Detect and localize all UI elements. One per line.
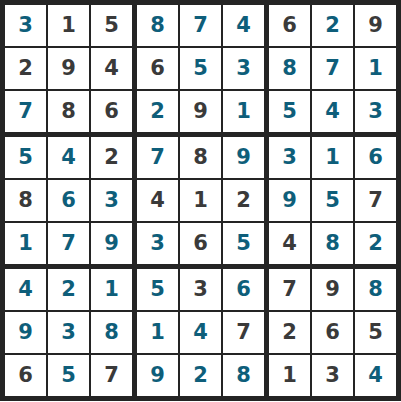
- box-2: 874653291: [137, 5, 264, 132]
- cell-r4c9[interactable]: 6: [355, 137, 396, 178]
- cell-r4c1[interactable]: 5: [5, 137, 46, 178]
- cell-r9c9[interactable]: 4: [355, 355, 396, 396]
- box-6: 316957482: [269, 137, 396, 264]
- cell-r7c9[interactable]: 8: [355, 269, 396, 310]
- cell-r3c3[interactable]: 6: [91, 91, 132, 132]
- cell-r6c9[interactable]: 2: [355, 223, 396, 264]
- cell-r7c5[interactable]: 3: [180, 269, 221, 310]
- cell-r2c6[interactable]: 3: [223, 48, 264, 89]
- cell-r1c6[interactable]: 4: [223, 5, 264, 46]
- cell-r8c6[interactable]: 7: [223, 312, 264, 353]
- cell-r7c3[interactable]: 1: [91, 269, 132, 310]
- cell-r2c5[interactable]: 5: [180, 48, 221, 89]
- cell-r5c3[interactable]: 3: [91, 180, 132, 221]
- cell-r7c4[interactable]: 5: [137, 269, 178, 310]
- cell-r4c2[interactable]: 4: [48, 137, 89, 178]
- cell-r5c8[interactable]: 5: [312, 180, 353, 221]
- cell-r1c4[interactable]: 8: [137, 5, 178, 46]
- cell-r5c6[interactable]: 2: [223, 180, 264, 221]
- cell-r4c6[interactable]: 9: [223, 137, 264, 178]
- cell-r3c8[interactable]: 4: [312, 91, 353, 132]
- cell-r3c7[interactable]: 5: [269, 91, 310, 132]
- cell-r9c2[interactable]: 5: [48, 355, 89, 396]
- cell-r5c4[interactable]: 4: [137, 180, 178, 221]
- cell-r1c8[interactable]: 2: [312, 5, 353, 46]
- cell-r7c8[interactable]: 9: [312, 269, 353, 310]
- cell-r1c7[interactable]: 6: [269, 5, 310, 46]
- cell-r2c4[interactable]: 6: [137, 48, 178, 89]
- box-9: 798265134: [269, 269, 396, 396]
- cell-r7c2[interactable]: 2: [48, 269, 89, 310]
- cell-r3c9[interactable]: 3: [355, 91, 396, 132]
- cell-r3c6[interactable]: 1: [223, 91, 264, 132]
- cell-r7c1[interactable]: 4: [5, 269, 46, 310]
- cell-r3c1[interactable]: 7: [5, 91, 46, 132]
- cell-r7c7[interactable]: 7: [269, 269, 310, 310]
- cell-r6c6[interactable]: 5: [223, 223, 264, 264]
- box-3: 629871543: [269, 5, 396, 132]
- cell-r4c8[interactable]: 1: [312, 137, 353, 178]
- cell-r8c1[interactable]: 9: [5, 312, 46, 353]
- cell-r4c3[interactable]: 2: [91, 137, 132, 178]
- cell-r8c5[interactable]: 4: [180, 312, 221, 353]
- cell-r2c9[interactable]: 1: [355, 48, 396, 89]
- cell-r8c7[interactable]: 2: [269, 312, 310, 353]
- cell-r9c3[interactable]: 7: [91, 355, 132, 396]
- cell-r1c2[interactable]: 1: [48, 5, 89, 46]
- cell-r1c9[interactable]: 9: [355, 5, 396, 46]
- cell-r9c5[interactable]: 2: [180, 355, 221, 396]
- cell-r9c7[interactable]: 1: [269, 355, 310, 396]
- cell-r1c1[interactable]: 3: [5, 5, 46, 46]
- cell-r2c8[interactable]: 7: [312, 48, 353, 89]
- cell-r7c6[interactable]: 6: [223, 269, 264, 310]
- cell-r9c4[interactable]: 9: [137, 355, 178, 396]
- cell-r5c1[interactable]: 8: [5, 180, 46, 221]
- cell-r9c6[interactable]: 8: [223, 355, 264, 396]
- cell-r5c9[interactable]: 7: [355, 180, 396, 221]
- cell-r6c2[interactable]: 7: [48, 223, 89, 264]
- cell-r3c5[interactable]: 9: [180, 91, 221, 132]
- cell-r6c7[interactable]: 4: [269, 223, 310, 264]
- cell-r9c1[interactable]: 6: [5, 355, 46, 396]
- cell-r6c8[interactable]: 8: [312, 223, 353, 264]
- cell-r2c2[interactable]: 9: [48, 48, 89, 89]
- cell-r3c4[interactable]: 2: [137, 91, 178, 132]
- box-5: 789412365: [137, 137, 264, 264]
- box-1: 315294786: [5, 5, 132, 132]
- cell-r1c5[interactable]: 7: [180, 5, 221, 46]
- box-4: 542863179: [5, 137, 132, 264]
- cell-r4c4[interactable]: 7: [137, 137, 178, 178]
- cell-r8c3[interactable]: 8: [91, 312, 132, 353]
- cell-r6c4[interactable]: 3: [137, 223, 178, 264]
- cell-r8c8[interactable]: 6: [312, 312, 353, 353]
- cell-r1c3[interactable]: 5: [91, 5, 132, 46]
- cell-r5c7[interactable]: 9: [269, 180, 310, 221]
- cell-r6c5[interactable]: 6: [180, 223, 221, 264]
- sudoku-board: 3152947868746532916298715435428631797894…: [0, 0, 401, 401]
- cell-r2c1[interactable]: 2: [5, 48, 46, 89]
- cell-r2c7[interactable]: 8: [269, 48, 310, 89]
- cell-r9c8[interactable]: 3: [312, 355, 353, 396]
- cell-r8c2[interactable]: 3: [48, 312, 89, 353]
- cell-r2c3[interactable]: 4: [91, 48, 132, 89]
- cell-r3c2[interactable]: 8: [48, 91, 89, 132]
- box-8: 536147928: [137, 269, 264, 396]
- cell-r5c2[interactable]: 6: [48, 180, 89, 221]
- cell-r5c5[interactable]: 1: [180, 180, 221, 221]
- box-7: 421938657: [5, 269, 132, 396]
- cell-r8c9[interactable]: 5: [355, 312, 396, 353]
- cell-r6c1[interactable]: 1: [5, 223, 46, 264]
- cell-r4c5[interactable]: 8: [180, 137, 221, 178]
- cell-r8c4[interactable]: 1: [137, 312, 178, 353]
- cell-r6c3[interactable]: 9: [91, 223, 132, 264]
- cell-r4c7[interactable]: 3: [269, 137, 310, 178]
